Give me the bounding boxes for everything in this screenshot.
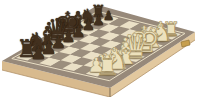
chess-board [0,0,200,97]
chess-set-product-photo: ♜♟♞♟♝♟♟♚♜♟♟♛♞♟♟♝♝♟♟♞♚♟♟♜♛♟♟♝♟♞♟♜ [0,0,200,97]
